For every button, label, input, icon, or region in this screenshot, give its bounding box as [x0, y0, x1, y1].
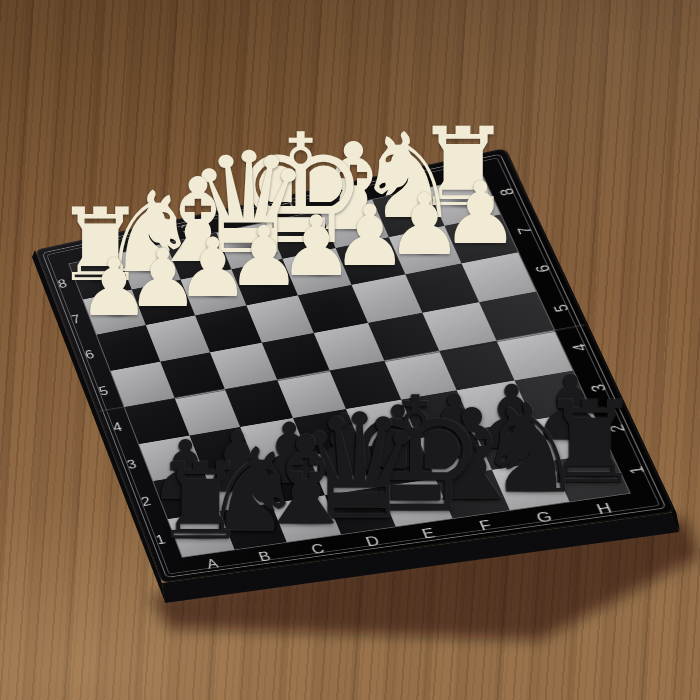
rank-label-right-8: 8	[474, 175, 541, 209]
scene: ABCDEFGH ABCDEFGH 87654321 87654321 ♜♞♝♛…	[0, 0, 700, 700]
